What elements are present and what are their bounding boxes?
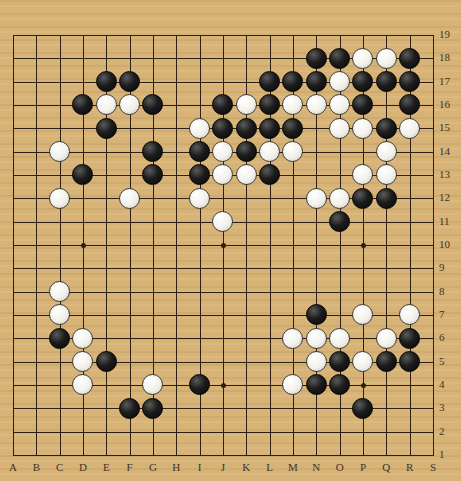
star-point [361,383,366,388]
stone-white [306,94,327,115]
stone-white [376,328,397,349]
stone-white [72,328,93,349]
row-label: 19 [439,28,450,40]
stone-white [329,328,350,349]
stone-black [96,351,117,372]
stone-white [212,164,233,185]
stone-white [352,48,373,69]
row-label: 5 [439,355,445,367]
row-label: 10 [439,238,450,250]
grid-line-horizontal [13,455,434,456]
stone-white [352,164,373,185]
stone-white [142,374,163,395]
column-label: M [286,461,300,473]
column-label: A [6,461,20,473]
row-label: 11 [439,215,450,227]
column-label: L [263,461,277,473]
column-label: Q [379,461,393,473]
stone-black [259,164,280,185]
column-label: D [76,461,90,473]
go-board[interactable]: ABCDEFGHIJKLMNOPQRS191817161514131211109… [0,0,461,481]
stone-white [72,374,93,395]
stone-white [282,141,303,162]
row-label: 12 [439,191,450,203]
grid-line-horizontal [13,432,434,433]
stone-white [329,118,350,139]
stone-black [352,71,373,92]
stone-black [189,164,210,185]
stone-black [306,48,327,69]
stone-black [399,71,420,92]
grid-line-horizontal [13,268,434,269]
column-label: G [146,461,160,473]
stone-black [376,351,397,372]
stone-black [306,374,327,395]
stone-black [212,118,233,139]
column-label: E [99,461,113,473]
stone-black [236,118,257,139]
stone-white [352,118,373,139]
stone-black [376,71,397,92]
star-point [221,243,226,248]
stone-white [329,188,350,209]
column-label: K [239,461,253,473]
stone-black [142,398,163,419]
stone-white [306,328,327,349]
stone-black [306,71,327,92]
stone-black [119,398,140,419]
stone-white [49,281,70,302]
stone-black [329,211,350,232]
stone-black [352,188,373,209]
stone-white [376,164,397,185]
stone-white [329,71,350,92]
stone-white [96,94,117,115]
stone-white [236,164,257,185]
stone-black [329,48,350,69]
column-label: S [426,461,440,473]
grid-line-vertical [386,35,387,456]
row-label: 3 [439,401,445,413]
stone-white [399,118,420,139]
stone-white [119,94,140,115]
row-label: 15 [439,121,450,133]
stone-black [72,164,93,185]
stone-black [376,188,397,209]
row-label: 17 [439,75,450,87]
stone-white [306,351,327,372]
row-label: 14 [439,145,450,157]
stone-white [119,188,140,209]
stone-white [49,188,70,209]
stone-black [399,328,420,349]
stone-black [282,118,303,139]
star-point [361,243,366,248]
row-label: 4 [439,378,445,390]
stone-black [236,141,257,162]
stone-black [282,71,303,92]
grid-line-horizontal [13,292,434,293]
stone-white [399,304,420,325]
stone-white [189,118,210,139]
row-label: 1 [439,448,445,460]
stone-white [282,374,303,395]
stone-black [119,71,140,92]
stone-black [259,71,280,92]
column-label: C [53,461,67,473]
row-label: 16 [439,98,450,110]
stone-black [49,328,70,349]
stone-white [212,141,233,162]
stone-white [236,94,257,115]
stone-black [96,71,117,92]
column-label: B [29,461,43,473]
stone-black [72,94,93,115]
stone-white [189,188,210,209]
stone-white [352,304,373,325]
stone-black [352,94,373,115]
row-label: 6 [439,331,445,343]
column-label: R [403,461,417,473]
stone-white [376,141,397,162]
stone-white [376,48,397,69]
stone-black [189,141,210,162]
column-label: O [333,461,347,473]
stone-black [399,94,420,115]
row-label: 9 [439,261,445,273]
stone-white [72,351,93,372]
grid-line-vertical [433,35,434,456]
column-label: H [169,461,183,473]
stone-white [282,328,303,349]
column-label: P [356,461,370,473]
stone-white [212,211,233,232]
stone-black [259,94,280,115]
stone-black [306,304,327,325]
stone-white [259,141,280,162]
stone-black [189,374,210,395]
stone-black [142,164,163,185]
stone-black [329,374,350,395]
stone-black [376,118,397,139]
row-label: 8 [439,285,445,297]
stone-black [142,141,163,162]
stone-black [212,94,233,115]
row-label: 2 [439,425,445,437]
stone-white [49,141,70,162]
stone-white [329,94,350,115]
row-label: 7 [439,308,445,320]
column-label: I [193,461,207,473]
stone-black [142,94,163,115]
stone-black [96,118,117,139]
stone-white [306,188,327,209]
stone-white [282,94,303,115]
row-label: 13 [439,168,450,180]
stone-black [259,118,280,139]
stone-white [49,304,70,325]
column-label: N [309,461,323,473]
column-label: F [123,461,137,473]
stone-white [352,351,373,372]
stone-black [399,48,420,69]
stone-black [352,398,373,419]
stone-black [329,351,350,372]
stone-black [399,351,420,372]
star-point [221,383,226,388]
row-label: 18 [439,51,450,63]
star-point [81,243,86,248]
column-label: J [216,461,230,473]
